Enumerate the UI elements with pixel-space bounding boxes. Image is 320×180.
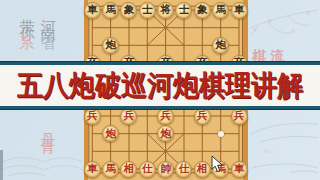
watermark-danqing: 丹青 — [41, 121, 56, 133]
plum-branch-icon — [250, 10, 318, 34]
piece-black-炮[interactable]: 炮 — [102, 37, 119, 54]
piece-red-仕[interactable]: 仕 — [139, 161, 156, 178]
piece-red-馬[interactable]: 馬 — [102, 161, 119, 178]
title-banner: 五八炮破巡河炮棋理讲解 — [0, 62, 320, 109]
piece-red-車[interactable]: 車 — [231, 161, 248, 178]
piece-black-象[interactable]: 象 — [194, 2, 211, 19]
piece-black-馬[interactable]: 馬 — [102, 2, 119, 19]
piece-black-車[interactable]: 車 — [231, 2, 248, 19]
piece-red-兵[interactable]: 兵 — [120, 108, 137, 125]
piece-black-馬[interactable]: 馬 — [212, 2, 229, 19]
watermark-text: 带你 — [19, 7, 36, 23]
watermark-left-column-2: 河南省 — [41, 7, 56, 31]
piece-black-炮[interactable]: 炮 — [212, 37, 229, 54]
left-edge-shadow — [0, 150, 3, 180]
last-move-origin-dot — [218, 131, 224, 137]
piece-red-車[interactable]: 車 — [84, 161, 101, 178]
watermark-text: 河南 — [40, 7, 57, 23]
piece-red-相[interactable]: 相 — [120, 161, 137, 178]
piece-black-士[interactable]: 士 — [139, 2, 156, 19]
video-thumbnail-stage: 带你系 河南省 丹青 棋流 車馬象士将士象馬車炮炮卒卒卒卒卒兵兵兵兵兵炮炮車馬相… — [0, 0, 320, 180]
piece-red-兵[interactable]: 兵 — [84, 108, 101, 125]
wave-sketch — [0, 158, 83, 177]
piece-black-象[interactable]: 象 — [120, 2, 137, 19]
piece-red-仕[interactable]: 仕 — [175, 161, 192, 178]
piece-red-馬[interactable]: 馬 — [212, 161, 229, 178]
piece-red-相[interactable]: 相 — [194, 161, 211, 178]
piece-black-車[interactable]: 車 — [84, 2, 101, 19]
landscape-sketch — [250, 123, 318, 173]
watermark-qiliu: 棋流 — [252, 49, 288, 63]
piece-red-帥[interactable]: 帥 — [157, 161, 174, 178]
piece-red-兵[interactable]: 兵 — [194, 108, 211, 125]
blossom-dots — [253, 11, 310, 33]
watermark-text-faded: 省 — [40, 23, 57, 31]
watermark-text-pink: 系 — [19, 23, 36, 31]
piece-black-将[interactable]: 将 — [157, 2, 174, 19]
piece-black-士[interactable]: 士 — [175, 2, 192, 19]
piece-red-兵[interactable]: 兵 — [157, 108, 174, 125]
video-title: 五八炮破巡河炮棋理讲解 — [17, 67, 303, 105]
piece-red-兵[interactable]: 兵 — [231, 108, 248, 125]
watermark-left-column-1: 带你系 — [20, 7, 35, 31]
